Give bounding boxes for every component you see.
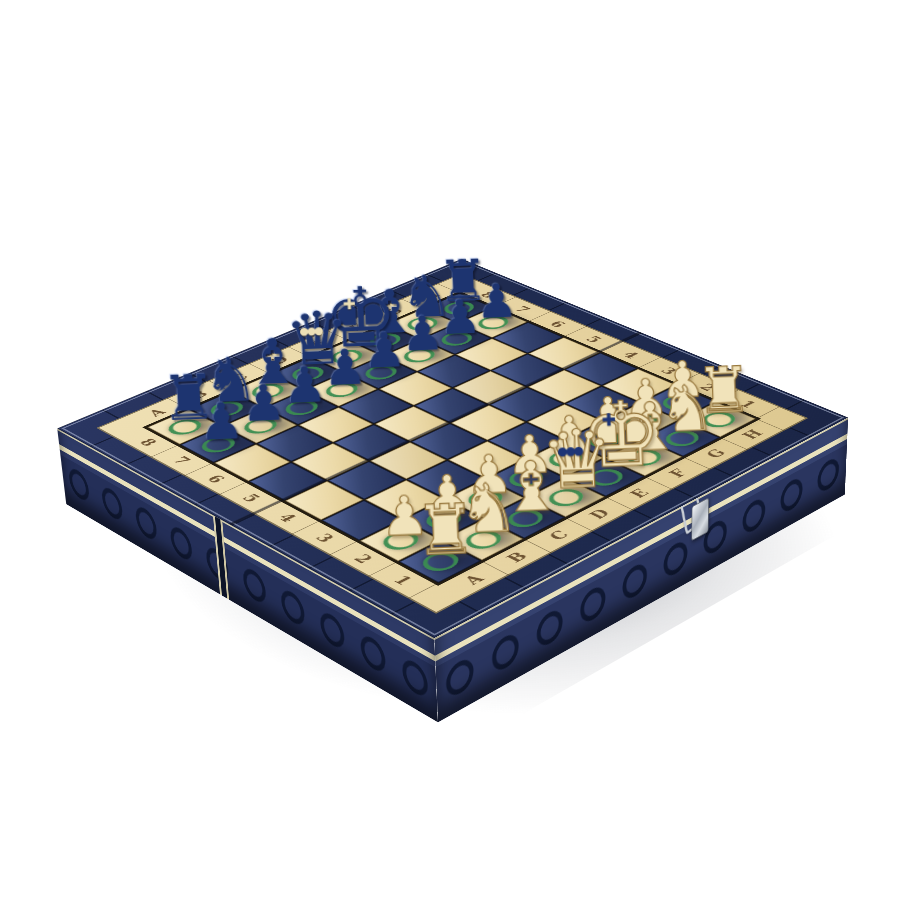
felt-base-f8 [364,331,407,350]
blue-pawn-a7: ♟ [194,395,250,448]
white-rook-a1: ♜ [414,495,476,566]
felt-base-c8 [246,381,290,401]
felt-base-h7 [472,314,514,332]
felt-base-f7 [398,346,441,365]
felt-base-h8 [438,299,480,317]
felt-base-g7 [436,330,479,349]
scene: 87654321 87654321 ABCDEFGH ABCDEFGH [0,0,900,900]
rook-icon: ♜ [414,495,476,566]
felt-base-d8 [286,364,330,384]
photo-background: 87654321 87654321 ABCDEFGH ABCDEFGH [0,0,900,900]
chess-board: 87654321 87654321 ABCDEFGH ABCDEFGH [57,259,848,638]
pawn-icon: ♟ [194,395,250,448]
felt-base-d7 [320,380,364,400]
fold-gap [213,515,229,600]
camera-tilt: 87654321 87654321 ABCDEFGH ABCDEFGH [0,0,900,900]
felt-base-e8 [326,347,369,366]
felt-base-g8 [402,315,444,333]
felt-base-c7 [279,397,324,418]
felt-base-e7 [359,363,403,383]
clasp-body [691,497,709,541]
